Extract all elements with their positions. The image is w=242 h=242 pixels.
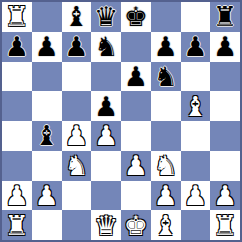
square-g8[interactable]	[181, 2, 211, 32]
piece-white-pawn[interactable]: ♟	[213, 182, 237, 209]
square-f7[interactable]: ♟	[151, 32, 181, 62]
piece-black-pawn[interactable]: ♟	[64, 33, 88, 60]
square-b5[interactable]	[32, 91, 62, 121]
square-h3[interactable]	[210, 151, 240, 181]
square-b3[interactable]	[32, 151, 62, 181]
square-a5[interactable]	[2, 91, 32, 121]
piece-white-pawn[interactable]: ♟	[64, 122, 88, 149]
square-d8[interactable]: ♛	[91, 2, 121, 32]
square-f2[interactable]: ♟	[151, 181, 181, 211]
square-c6[interactable]	[62, 62, 92, 92]
square-c1[interactable]	[62, 210, 92, 240]
square-g7[interactable]: ♟	[181, 32, 211, 62]
piece-black-bishop[interactable]: ♝	[35, 122, 59, 149]
piece-white-pawn[interactable]: ♟	[35, 182, 59, 209]
square-f4[interactable]	[151, 121, 181, 151]
square-e7[interactable]	[121, 32, 151, 62]
square-c7[interactable]: ♟	[62, 32, 92, 62]
square-e2[interactable]	[121, 181, 151, 211]
square-g1[interactable]	[181, 210, 211, 240]
piece-black-pawn[interactable]: ♟	[94, 93, 118, 120]
square-d5[interactable]: ♟	[91, 91, 121, 121]
square-d3[interactable]	[91, 151, 121, 181]
piece-white-pawn[interactable]: ♟	[183, 182, 207, 209]
square-a4[interactable]	[2, 121, 32, 151]
square-b8[interactable]	[32, 2, 62, 32]
square-d6[interactable]	[91, 62, 121, 92]
square-c4[interactable]: ♟	[62, 121, 92, 151]
square-d1[interactable]: ♛	[91, 210, 121, 240]
piece-black-pawn[interactable]: ♟	[5, 33, 29, 60]
piece-black-pawn[interactable]: ♟	[124, 63, 148, 90]
piece-white-pawn[interactable]: ♟	[5, 182, 29, 209]
square-d7[interactable]: ♞	[91, 32, 121, 62]
square-a8[interactable]: ♜	[2, 2, 32, 32]
square-f6[interactable]: ♞	[151, 62, 181, 92]
square-c8[interactable]: ♝	[62, 2, 92, 32]
square-h6[interactable]	[210, 62, 240, 92]
chess-board: ♜♝♛♚♜♟♟♟♞♟♟♟♟♞♟♝♝♟♟♞♟♞♟♟♟♟♟♜♛♚♝♜	[0, 0, 242, 242]
piece-white-knight[interactable]: ♞	[64, 152, 88, 179]
square-a7[interactable]: ♟	[2, 32, 32, 62]
square-g2[interactable]: ♟	[181, 181, 211, 211]
square-g5[interactable]: ♝	[181, 91, 211, 121]
square-h4[interactable]	[210, 121, 240, 151]
square-c3[interactable]: ♞	[62, 151, 92, 181]
piece-black-bishop[interactable]: ♝	[64, 3, 88, 30]
square-a1[interactable]: ♜	[2, 210, 32, 240]
piece-black-pawn[interactable]: ♟	[183, 33, 207, 60]
square-g3[interactable]	[181, 151, 211, 181]
piece-black-knight[interactable]: ♞	[154, 63, 178, 90]
piece-white-pawn[interactable]: ♟	[124, 152, 148, 179]
square-h2[interactable]: ♟	[210, 181, 240, 211]
piece-white-rook[interactable]: ♜	[5, 212, 29, 239]
square-a2[interactable]: ♟	[2, 181, 32, 211]
piece-white-knight[interactable]: ♞	[154, 152, 178, 179]
square-e8[interactable]: ♚	[121, 2, 151, 32]
piece-black-queen[interactable]: ♛	[94, 3, 118, 30]
piece-white-pawn[interactable]: ♟	[94, 122, 118, 149]
square-d4[interactable]: ♟	[91, 121, 121, 151]
square-e3[interactable]: ♟	[121, 151, 151, 181]
piece-white-bishop[interactable]: ♝	[183, 93, 207, 120]
square-f5[interactable]	[151, 91, 181, 121]
square-b4[interactable]: ♝	[32, 121, 62, 151]
piece-black-pawn[interactable]: ♟	[213, 33, 237, 60]
square-h7[interactable]: ♟	[210, 32, 240, 62]
square-f8[interactable]	[151, 2, 181, 32]
square-h1[interactable]: ♜	[210, 210, 240, 240]
piece-white-queen[interactable]: ♛	[94, 212, 118, 239]
square-f1[interactable]: ♝	[151, 210, 181, 240]
square-g6[interactable]	[181, 62, 211, 92]
square-a6[interactable]	[2, 62, 32, 92]
piece-black-king[interactable]: ♚	[124, 3, 148, 30]
square-h5[interactable]	[210, 91, 240, 121]
square-g4[interactable]	[181, 121, 211, 151]
piece-black-knight[interactable]: ♞	[94, 33, 118, 60]
piece-black-rook[interactable]: ♜	[213, 3, 237, 30]
square-c5[interactable]	[62, 91, 92, 121]
square-h8[interactable]: ♜	[210, 2, 240, 32]
square-d2[interactable]	[91, 181, 121, 211]
piece-white-pawn[interactable]: ♟	[154, 182, 178, 209]
square-b2[interactable]: ♟	[32, 181, 62, 211]
square-f3[interactable]: ♞	[151, 151, 181, 181]
square-b6[interactable]	[32, 62, 62, 92]
piece-black-pawn[interactable]: ♟	[154, 33, 178, 60]
square-c2[interactable]	[62, 181, 92, 211]
piece-white-rook[interactable]: ♜	[5, 3, 29, 30]
piece-white-king[interactable]: ♚	[124, 212, 148, 239]
square-e5[interactable]	[121, 91, 151, 121]
square-b7[interactable]: ♟	[32, 32, 62, 62]
square-a3[interactable]	[2, 151, 32, 181]
piece-white-rook[interactable]: ♜	[213, 212, 237, 239]
square-b1[interactable]	[32, 210, 62, 240]
square-e6[interactable]: ♟	[121, 62, 151, 92]
square-e1[interactable]: ♚	[121, 210, 151, 240]
piece-white-bishop[interactable]: ♝	[154, 212, 178, 239]
piece-black-pawn[interactable]: ♟	[35, 33, 59, 60]
square-e4[interactable]	[121, 121, 151, 151]
